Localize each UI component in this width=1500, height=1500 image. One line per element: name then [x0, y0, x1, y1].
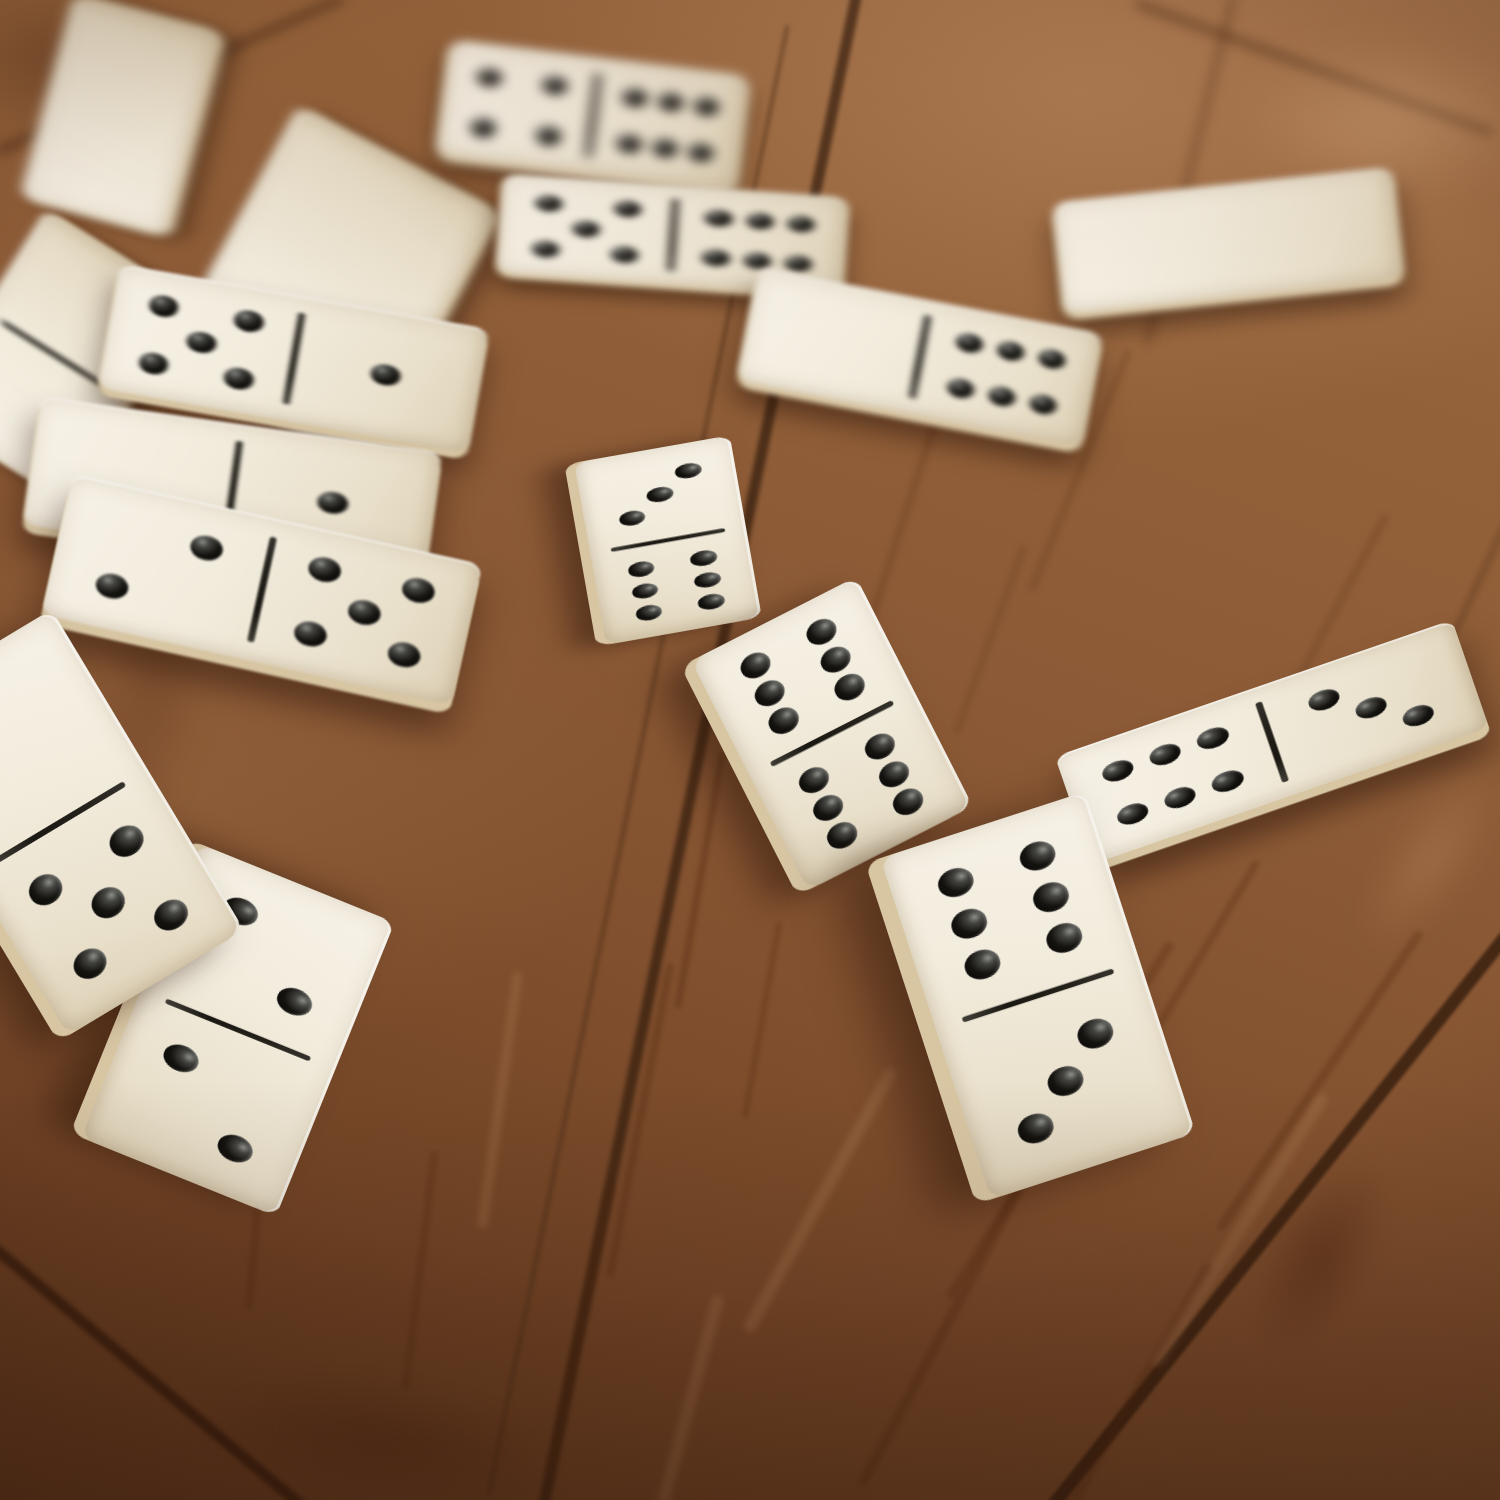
wood-grain-streak — [674, 751, 726, 1008]
pip — [1353, 693, 1390, 722]
pip — [1400, 701, 1437, 730]
pip — [645, 485, 674, 504]
pip — [535, 124, 562, 147]
pip — [693, 94, 720, 117]
domino-half-value-5 — [246, 519, 482, 705]
pip — [93, 570, 131, 601]
pip — [1209, 767, 1246, 796]
pip — [534, 194, 562, 213]
pip — [23, 868, 68, 911]
pip — [148, 893, 193, 936]
pip — [889, 783, 928, 819]
domino-half-value-6 — [586, 57, 749, 190]
pip — [673, 461, 702, 480]
pip — [861, 728, 900, 764]
pip — [875, 755, 914, 791]
pip — [736, 647, 775, 683]
pip — [657, 90, 684, 113]
pip — [948, 904, 992, 942]
domino-half-value-0 — [737, 267, 931, 413]
wood-tone-patch — [111, 1320, 650, 1500]
pip — [160, 1040, 203, 1077]
pip — [627, 559, 656, 578]
pip — [67, 942, 112, 985]
pip — [188, 532, 226, 563]
pip — [232, 308, 265, 334]
pip — [784, 254, 812, 273]
domino-tile-chain-three-six — [574, 435, 762, 644]
pip — [1036, 347, 1066, 371]
pip — [86, 880, 131, 923]
pip — [541, 73, 568, 96]
domino-tile-top-row-tile — [437, 39, 749, 191]
pip — [572, 220, 600, 239]
pip — [306, 553, 344, 584]
pip — [750, 674, 789, 710]
pip — [475, 65, 502, 88]
pip — [961, 945, 1005, 983]
pip — [693, 570, 722, 589]
pip — [830, 668, 869, 704]
pip — [222, 365, 255, 391]
pip — [1147, 740, 1184, 769]
pip — [802, 613, 841, 649]
pip — [743, 251, 771, 270]
pip — [1014, 1109, 1058, 1147]
domino-half-value-5 — [496, 173, 675, 284]
pip — [400, 574, 438, 605]
domino-half-value-6 — [909, 300, 1103, 446]
wood-grain-streak — [635, 1294, 724, 1500]
pip — [1016, 836, 1060, 874]
pip — [214, 1130, 257, 1167]
pip — [147, 293, 180, 319]
wood-grain-streak — [477, 971, 523, 1230]
pip — [1074, 1014, 1118, 1052]
pip — [531, 240, 559, 259]
pip — [615, 131, 642, 154]
pip — [1162, 783, 1199, 812]
domino-half-value-0 — [1222, 166, 1403, 295]
dominoes-photo — [0, 0, 1500, 1500]
pip — [137, 350, 170, 376]
pip — [745, 212, 773, 231]
pip — [291, 618, 329, 649]
pip — [184, 329, 217, 355]
pip — [651, 136, 678, 159]
pip — [823, 817, 862, 853]
pip — [954, 331, 984, 355]
pip — [696, 592, 725, 611]
pip — [104, 819, 149, 862]
pip — [701, 249, 729, 268]
pip — [613, 200, 641, 219]
pip — [346, 596, 384, 627]
pip — [795, 762, 834, 798]
wood-grain-streak — [742, 1066, 898, 1334]
domino-half-value-0 — [1053, 184, 1234, 313]
pip — [809, 789, 848, 825]
pip — [273, 983, 316, 1020]
pip — [386, 639, 424, 670]
pip — [618, 508, 647, 527]
pip — [687, 140, 714, 163]
pip — [689, 548, 718, 567]
pip — [1044, 1061, 1088, 1099]
pip — [630, 581, 659, 600]
pip — [1195, 724, 1232, 753]
wood-grain-streak — [1026, 1262, 1215, 1500]
wood-grain-streak — [742, 921, 783, 1119]
domino-half-value-4 — [437, 39, 600, 172]
wood-grain-streak — [953, 545, 1027, 735]
pip — [1043, 918, 1087, 956]
pip — [634, 603, 663, 622]
pip — [1114, 800, 1151, 829]
pip — [1028, 392, 1058, 416]
domino-tile-top-right-blank — [1053, 166, 1403, 313]
pip — [945, 376, 975, 400]
pip — [704, 209, 732, 228]
pip — [1029, 877, 1073, 915]
pip — [986, 384, 1016, 408]
pip — [369, 361, 402, 387]
domino-tile-mid-blank-six — [737, 267, 1103, 447]
pip — [1099, 757, 1136, 786]
pip — [1306, 686, 1343, 715]
pip — [764, 702, 803, 738]
pip — [995, 339, 1025, 363]
pip — [934, 863, 978, 901]
pip — [816, 641, 855, 677]
pip — [621, 85, 648, 108]
pip — [469, 116, 496, 139]
pip — [315, 489, 349, 515]
domino-tile-chain-six-three — [880, 791, 1195, 1199]
wood-grain-streak — [401, 1150, 438, 1389]
pip — [787, 215, 815, 234]
pip — [610, 245, 638, 264]
